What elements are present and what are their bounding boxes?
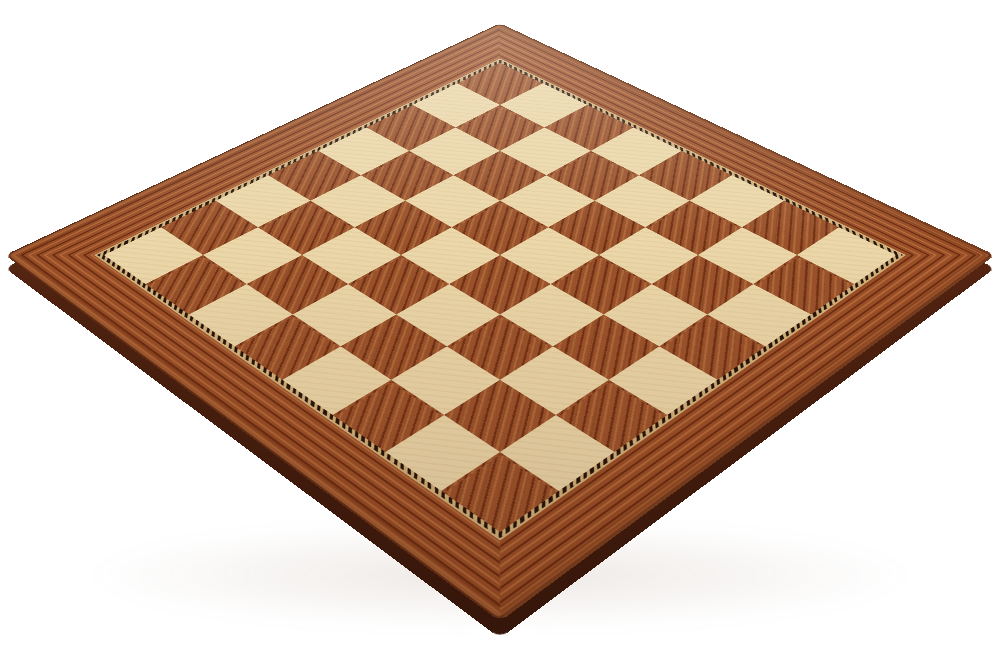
playing-area (104, 63, 896, 532)
scene-3d (0, 0, 1000, 656)
chess-board (5, 23, 995, 621)
product-photo (0, 0, 1000, 656)
